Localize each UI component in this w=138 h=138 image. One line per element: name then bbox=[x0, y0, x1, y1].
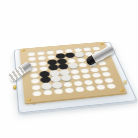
gold-screw-top-right bbox=[100, 43, 104, 45]
image-caption: Tan wooden Othello (Reversi) board on a … bbox=[0, 0, 1, 1]
board-hole bbox=[32, 90, 42, 96]
board-hole bbox=[85, 85, 95, 91]
board-hole bbox=[64, 87, 74, 93]
gold-screw-bottom-left bbox=[27, 98, 32, 101]
board-hole bbox=[106, 83, 117, 89]
board-hole bbox=[43, 89, 53, 95]
gold-screw-bottom-right bbox=[119, 89, 124, 92]
othello-set-photo: Tan wooden Othello (Reversi) board on a … bbox=[0, 0, 138, 138]
board-cell-h8[interactable] bbox=[105, 82, 118, 89]
board-hole bbox=[54, 88, 64, 94]
gold-screw-top-left bbox=[21, 49, 25, 51]
board-hole bbox=[75, 86, 85, 92]
